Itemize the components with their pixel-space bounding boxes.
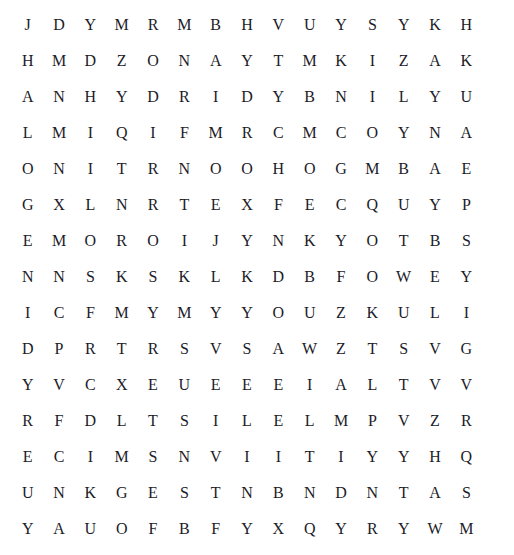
grid-cell[interactable]: R	[106, 223, 137, 259]
grid-cell[interactable]: Z	[419, 403, 450, 439]
grid-cell[interactable]: Z	[325, 295, 356, 331]
grid-cell[interactable]: D	[43, 7, 74, 43]
grid-cell[interactable]: I	[231, 439, 262, 475]
grid-cell[interactable]: Y	[451, 259, 482, 295]
grid-cell[interactable]: K	[294, 223, 325, 259]
grid-cell[interactable]: W	[388, 259, 419, 295]
grid-cell[interactable]: Y	[231, 43, 262, 79]
grid-cell[interactable]: R	[12, 403, 43, 439]
grid-cell[interactable]: N	[419, 115, 450, 151]
grid-cell[interactable]: S	[388, 331, 419, 367]
grid-cell[interactable]: H	[75, 79, 106, 115]
grid-cell[interactable]: F	[43, 403, 74, 439]
grid-cell[interactable]: E	[137, 367, 168, 403]
grid-cell[interactable]: Y	[325, 223, 356, 259]
grid-cell[interactable]: O	[137, 223, 168, 259]
grid-cell[interactable]: C	[43, 439, 74, 475]
grid-cell[interactable]: S	[451, 223, 482, 259]
grid-cell[interactable]: P	[357, 403, 388, 439]
grid-cell[interactable]: L	[357, 367, 388, 403]
grid-cell[interactable]: S	[357, 7, 388, 43]
grid-cell[interactable]: E	[294, 187, 325, 223]
grid-cell[interactable]: E	[451, 151, 482, 187]
grid-cell[interactable]: U	[294, 7, 325, 43]
grid-cell[interactable]: Y	[12, 367, 43, 403]
grid-cell[interactable]: E	[263, 403, 294, 439]
grid-cell[interactable]: R	[451, 403, 482, 439]
grid-cell[interactable]: U	[169, 367, 200, 403]
grid-cell[interactable]: T	[388, 475, 419, 511]
grid-cell[interactable]: A	[263, 331, 294, 367]
grid-cell[interactable]: I	[294, 367, 325, 403]
grid-cell[interactable]: L	[12, 115, 43, 151]
grid-cell[interactable]: Y	[325, 7, 356, 43]
grid-cell[interactable]: I	[75, 151, 106, 187]
grid-cell[interactable]: Y	[419, 79, 450, 115]
grid-cell[interactable]: O	[137, 43, 168, 79]
grid-cell[interactable]: Y	[12, 511, 43, 547]
grid-cell[interactable]: E	[12, 439, 43, 475]
grid-cell[interactable]: O	[200, 151, 231, 187]
grid-cell[interactable]: R	[137, 331, 168, 367]
grid-cell[interactable]: S	[231, 331, 262, 367]
grid-cell[interactable]: M	[325, 403, 356, 439]
grid-cell[interactable]: H	[263, 151, 294, 187]
grid-cell[interactable]: Z	[325, 331, 356, 367]
grid-cell[interactable]: N	[106, 187, 137, 223]
grid-cell[interactable]: I	[325, 439, 356, 475]
grid-cell[interactable]: S	[75, 259, 106, 295]
grid-cell[interactable]: G	[106, 475, 137, 511]
grid-cell[interactable]: M	[451, 511, 482, 547]
grid-cell[interactable]: L	[294, 403, 325, 439]
grid-cell[interactable]: A	[325, 367, 356, 403]
grid-cell[interactable]: D	[137, 79, 168, 115]
grid-cell[interactable]: B	[169, 511, 200, 547]
grid-cell[interactable]: T	[357, 331, 388, 367]
grid-cell[interactable]: E	[200, 367, 231, 403]
grid-cell[interactable]: K	[169, 259, 200, 295]
grid-cell[interactable]: Y	[388, 439, 419, 475]
grid-cell[interactable]: B	[200, 7, 231, 43]
grid-cell[interactable]: T	[200, 475, 231, 511]
grid-cell[interactable]: M	[43, 223, 74, 259]
grid-cell[interactable]: L	[388, 79, 419, 115]
grid-cell[interactable]: S	[169, 331, 200, 367]
grid-cell[interactable]: M	[106, 439, 137, 475]
grid-cell[interactable]: O	[357, 223, 388, 259]
grid-cell[interactable]: I	[263, 439, 294, 475]
grid-cell[interactable]: E	[200, 187, 231, 223]
grid-cell[interactable]: D	[75, 43, 106, 79]
grid-cell[interactable]: C	[43, 295, 74, 331]
grid-cell[interactable]: Y	[388, 115, 419, 151]
grid-cell[interactable]: L	[75, 187, 106, 223]
grid-cell[interactable]: D	[75, 403, 106, 439]
grid-cell[interactable]: M	[357, 151, 388, 187]
grid-cell[interactable]: T	[388, 367, 419, 403]
grid-cell[interactable]: Y	[325, 511, 356, 547]
grid-cell[interactable]: I	[451, 295, 482, 331]
grid-cell[interactable]: Y	[357, 439, 388, 475]
grid-cell[interactable]: O	[106, 511, 137, 547]
grid-cell[interactable]: A	[419, 475, 450, 511]
grid-cell[interactable]: H	[451, 7, 482, 43]
grid-cell[interactable]: E	[12, 223, 43, 259]
grid-cell[interactable]: F	[200, 511, 231, 547]
grid-cell[interactable]: P	[451, 187, 482, 223]
grid-cell[interactable]: F	[137, 511, 168, 547]
grid-cell[interactable]: S	[451, 475, 482, 511]
grid-cell[interactable]: N	[12, 259, 43, 295]
grid-cell[interactable]: A	[419, 151, 450, 187]
grid-cell[interactable]: Y	[231, 223, 262, 259]
grid-cell[interactable]: V	[419, 367, 450, 403]
grid-cell[interactable]: I	[357, 79, 388, 115]
grid-cell[interactable]: N	[43, 151, 74, 187]
grid-cell[interactable]: M	[169, 295, 200, 331]
grid-cell[interactable]: E	[137, 475, 168, 511]
grid-cell[interactable]: M	[43, 115, 74, 151]
grid-cell[interactable]: O	[294, 151, 325, 187]
grid-cell[interactable]: Y	[419, 187, 450, 223]
grid-cell[interactable]: C	[75, 367, 106, 403]
grid-cell[interactable]: T	[169, 187, 200, 223]
grid-cell[interactable]: Y	[137, 295, 168, 331]
grid-cell[interactable]: R	[169, 79, 200, 115]
grid-cell[interactable]: R	[137, 7, 168, 43]
grid-cell[interactable]: N	[43, 259, 74, 295]
grid-cell[interactable]: C	[325, 115, 356, 151]
grid-cell[interactable]: O	[231, 151, 262, 187]
grid-cell[interactable]: X	[43, 187, 74, 223]
grid-cell[interactable]: P	[43, 331, 74, 367]
grid-cell[interactable]: T	[388, 223, 419, 259]
grid-cell[interactable]: Y	[231, 511, 262, 547]
grid-cell[interactable]: A	[12, 79, 43, 115]
grid-cell[interactable]: E	[263, 367, 294, 403]
grid-cell[interactable]: M	[106, 7, 137, 43]
grid-cell[interactable]: N	[325, 79, 356, 115]
grid-cell[interactable]: L	[106, 403, 137, 439]
grid-cell[interactable]: F	[75, 295, 106, 331]
grid-cell[interactable]: U	[12, 475, 43, 511]
grid-cell[interactable]: G	[325, 151, 356, 187]
grid-cell[interactable]: G	[451, 331, 482, 367]
word-search-board: JDYMRMBHVUYSYKHHMDZONAYTMKIZAKANHYDRIDYB…	[12, 7, 482, 547]
grid-cell[interactable]: O	[357, 115, 388, 151]
grid-cell[interactable]: I	[169, 223, 200, 259]
grid-cell[interactable]: N	[169, 151, 200, 187]
grid-cell[interactable]: R	[137, 151, 168, 187]
grid-cell[interactable]: L	[231, 403, 262, 439]
grid-cell[interactable]: S	[137, 259, 168, 295]
grid-cell[interactable]: M	[294, 43, 325, 79]
grid-cell[interactable]: N	[43, 475, 74, 511]
grid-cell[interactable]: V	[200, 439, 231, 475]
grid-cell[interactable]: K	[106, 259, 137, 295]
grid-cell[interactable]: R	[75, 331, 106, 367]
grid-cell[interactable]: N	[169, 43, 200, 79]
grid-cell[interactable]: M	[200, 115, 231, 151]
grid-cell[interactable]: N	[231, 475, 262, 511]
grid-cell[interactable]: A	[43, 511, 74, 547]
grid-cell[interactable]: M	[43, 43, 74, 79]
grid-cell[interactable]: T	[106, 151, 137, 187]
grid-cell[interactable]: K	[231, 259, 262, 295]
grid-cell[interactable]: Q	[106, 115, 137, 151]
grid-cell[interactable]: I	[357, 43, 388, 79]
grid-cell[interactable]: Q	[451, 439, 482, 475]
grid-cell[interactable]: B	[294, 259, 325, 295]
grid-cell[interactable]: D	[231, 79, 262, 115]
grid-cell[interactable]: C	[325, 187, 356, 223]
grid-cell[interactable]: F	[263, 187, 294, 223]
grid-cell[interactable]: N	[357, 475, 388, 511]
grid-cell[interactable]: W	[294, 331, 325, 367]
grid-cell[interactable]: U	[388, 187, 419, 223]
grid-cell[interactable]: I	[12, 295, 43, 331]
grid-cell[interactable]: R	[357, 511, 388, 547]
grid-cell[interactable]: Y	[388, 7, 419, 43]
grid-cell[interactable]: F	[325, 259, 356, 295]
grid-cell[interactable]: T	[263, 43, 294, 79]
grid-cell[interactable]: K	[451, 43, 482, 79]
grid-cell[interactable]: S	[137, 439, 168, 475]
grid-cell[interactable]: Y	[263, 79, 294, 115]
grid-cell[interactable]: F	[169, 115, 200, 151]
grid-cell[interactable]: M	[294, 115, 325, 151]
grid-cell[interactable]: I	[75, 115, 106, 151]
grid-cell[interactable]: B	[294, 79, 325, 115]
grid-cell[interactable]: X	[263, 511, 294, 547]
grid-cell[interactable]: U	[75, 511, 106, 547]
grid-cell[interactable]: Y	[231, 295, 262, 331]
grid-cell[interactable]: O	[75, 223, 106, 259]
grid-cell[interactable]: Y	[200, 295, 231, 331]
grid-cell[interactable]: D	[325, 475, 356, 511]
grid-cell[interactable]: O	[263, 295, 294, 331]
grid-cell[interactable]: H	[231, 7, 262, 43]
grid-cell[interactable]: O	[357, 259, 388, 295]
grid-cell[interactable]: T	[294, 439, 325, 475]
grid-cell[interactable]: K	[419, 7, 450, 43]
grid-cell[interactable]: G	[12, 187, 43, 223]
grid-cell[interactable]: U	[294, 295, 325, 331]
grid-cell[interactable]: V	[200, 331, 231, 367]
grid-cell[interactable]: N	[43, 79, 74, 115]
grid-cell[interactable]: D	[12, 331, 43, 367]
grid-cell[interactable]: K	[75, 475, 106, 511]
grid-cell[interactable]: S	[169, 403, 200, 439]
grid-cell[interactable]: S	[169, 475, 200, 511]
grid-cell[interactable]: Q	[294, 511, 325, 547]
grid-cell[interactable]: X	[231, 187, 262, 223]
grid-cell[interactable]: U	[451, 79, 482, 115]
grid-cell[interactable]: I	[200, 79, 231, 115]
grid-cell[interactable]: L	[200, 259, 231, 295]
grid-cell[interactable]: D	[263, 259, 294, 295]
grid-cell[interactable]: Y	[106, 79, 137, 115]
grid-cell[interactable]: C	[263, 115, 294, 151]
grid-cell[interactable]: V	[43, 367, 74, 403]
grid-cell[interactable]: H	[12, 43, 43, 79]
grid-cell[interactable]: Z	[106, 43, 137, 79]
grid-cell[interactable]: Z	[388, 43, 419, 79]
grid-cell[interactable]: R	[137, 187, 168, 223]
grid-cell[interactable]: V	[419, 331, 450, 367]
grid-cell[interactable]: V	[263, 7, 294, 43]
grid-cell[interactable]: O	[12, 151, 43, 187]
grid-cell[interactable]: Q	[357, 187, 388, 223]
grid-cell[interactable]: N	[263, 223, 294, 259]
grid-cell[interactable]: Y	[75, 7, 106, 43]
grid-cell[interactable]: I	[137, 115, 168, 151]
grid-cell[interactable]: B	[419, 223, 450, 259]
grid-cell[interactable]: V	[388, 403, 419, 439]
grid-cell[interactable]: L	[419, 295, 450, 331]
grid-cell[interactable]: A	[451, 115, 482, 151]
grid-cell[interactable]: I	[200, 403, 231, 439]
grid-cell[interactable]: J	[12, 7, 43, 43]
grid-cell[interactable]: W	[419, 511, 450, 547]
grid-cell[interactable]: I	[75, 439, 106, 475]
grid-cell[interactable]: A	[200, 43, 231, 79]
grid-cell[interactable]: M	[169, 7, 200, 43]
grid-cell[interactable]: J	[200, 223, 231, 259]
grid-cell[interactable]: T	[106, 331, 137, 367]
grid-cell[interactable]: B	[263, 475, 294, 511]
grid-cell[interactable]: B	[388, 151, 419, 187]
grid-cell[interactable]: Y	[388, 511, 419, 547]
grid-cell[interactable]: N	[169, 439, 200, 475]
grid-cell[interactable]: N	[294, 475, 325, 511]
grid-cell[interactable]: R	[231, 115, 262, 151]
grid-cell[interactable]: E	[419, 259, 450, 295]
grid-cell[interactable]: K	[325, 43, 356, 79]
grid-cell[interactable]: V	[451, 367, 482, 403]
grid-cell[interactable]: A	[419, 43, 450, 79]
grid-cell[interactable]: T	[137, 403, 168, 439]
grid-cell[interactable]: X	[106, 367, 137, 403]
grid-cell[interactable]: K	[357, 295, 388, 331]
grid-cell[interactable]: M	[106, 295, 137, 331]
grid-cell[interactable]: H	[419, 439, 450, 475]
grid-cell[interactable]: E	[231, 367, 262, 403]
grid-cell[interactable]: U	[388, 295, 419, 331]
